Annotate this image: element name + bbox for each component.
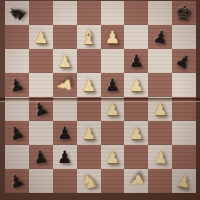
square-f7[interactable] <box>124 25 148 49</box>
square-c4[interactable] <box>53 97 77 121</box>
square-e2[interactable]: ♟ <box>101 145 125 169</box>
square-c6[interactable]: ♟ <box>53 49 77 73</box>
square-h7[interactable] <box>172 25 196 49</box>
piece-white-pawn-b7[interactable]: ♟ <box>33 29 48 46</box>
square-d3[interactable]: ♟ <box>77 121 101 145</box>
square-e7[interactable]: ♟ <box>101 25 125 49</box>
square-b8[interactable] <box>29 1 53 25</box>
square-g5[interactable] <box>148 73 172 97</box>
square-a7[interactable] <box>5 25 29 49</box>
square-b5[interactable] <box>29 73 53 97</box>
square-f8[interactable] <box>124 1 148 25</box>
square-g2[interactable]: ♟ <box>148 145 172 169</box>
square-h8[interactable]: ♚ <box>172 1 196 25</box>
square-b1[interactable] <box>29 169 53 193</box>
square-e5[interactable]: ♟ <box>101 73 125 97</box>
piece-black-pawn-f6[interactable]: ♟ <box>129 53 144 70</box>
chess-board[interactable]: ♞♚♟♝♟♟♟♟♟♟♟♟♟♟♟♟♟♟♟♟♟♟♟♟♟♟♞♟♟ <box>5 1 196 193</box>
square-g4[interactable]: ♟ <box>148 97 172 121</box>
square-c8[interactable] <box>53 1 77 25</box>
piece-black-pawn-a5[interactable]: ♟ <box>7 75 26 95</box>
piece-black-pawn-e5[interactable]: ♟ <box>105 77 120 94</box>
square-b7[interactable]: ♟ <box>29 25 53 49</box>
piece-white-pawn-d3[interactable]: ♟ <box>81 125 96 142</box>
square-d4[interactable] <box>77 97 101 121</box>
piece-white-pawn-g2[interactable]: ♟ <box>152 148 169 166</box>
square-e4[interactable]: ♟ <box>101 97 125 121</box>
square-f2[interactable] <box>124 145 148 169</box>
square-d6[interactable] <box>77 49 101 73</box>
square-d1[interactable]: ♞ <box>77 169 101 193</box>
square-b3[interactable] <box>29 121 53 145</box>
piece-white-pawn-e4[interactable]: ♟ <box>105 101 120 118</box>
square-g3[interactable] <box>148 121 172 145</box>
piece-white-bishop-d7[interactable]: ♝ <box>80 27 98 47</box>
square-a8[interactable]: ♞ <box>5 1 29 25</box>
square-h5[interactable] <box>172 73 196 97</box>
piece-black-pawn-g7[interactable]: ♟ <box>151 27 169 46</box>
piece-black-pawn-b4[interactable]: ♟ <box>31 98 51 119</box>
square-f6[interactable]: ♟ <box>124 49 148 73</box>
square-b6[interactable] <box>29 49 53 73</box>
square-d5[interactable]: ♟ <box>77 73 101 97</box>
piece-white-pawn-f5[interactable]: ♟ <box>129 77 144 94</box>
piece-white-pawn-f3[interactable]: ♟ <box>129 125 144 142</box>
square-f3[interactable]: ♟ <box>124 121 148 145</box>
square-h4[interactable] <box>172 97 196 121</box>
chessboard-photo: ♞♚♟♝♟♟♟♟♟♟♟♟♟♟♟♟♟♟♟♟♟♟♟♟♟♟♞♟♟ <box>0 0 200 200</box>
piece-black-knight-a8-fallen[interactable]: ♞ <box>4 0 31 26</box>
square-e3[interactable] <box>101 121 125 145</box>
square-c5[interactable]: ♟ <box>53 73 77 97</box>
square-c3[interactable]: ♟ <box>53 121 77 145</box>
piece-white-pawn-h1[interactable]: ♟ <box>175 171 193 191</box>
square-h2[interactable] <box>172 145 196 169</box>
piece-white-pawn-e7[interactable]: ♟ <box>105 29 120 46</box>
square-d2[interactable] <box>77 145 101 169</box>
square-e1[interactable] <box>101 169 125 193</box>
square-c1[interactable] <box>53 169 77 193</box>
square-g1[interactable] <box>148 169 172 193</box>
square-g6[interactable] <box>148 49 172 73</box>
square-b2[interactable]: ♟ <box>29 145 53 169</box>
square-h3[interactable] <box>172 121 196 145</box>
piece-white-pawn-c6[interactable]: ♟ <box>57 53 72 70</box>
piece-white-knight-d1[interactable]: ♞ <box>78 169 100 192</box>
square-a6[interactable] <box>5 49 29 73</box>
square-d8[interactable] <box>77 1 101 25</box>
square-h6[interactable]: ♟ <box>172 49 196 73</box>
piece-black-king-h8[interactable]: ♚ <box>174 2 195 24</box>
piece-black-pawn-c2[interactable]: ♟ <box>57 149 72 166</box>
square-f5[interactable]: ♟ <box>124 73 148 97</box>
piece-black-pawn-h6[interactable]: ♟ <box>173 50 195 72</box>
square-f4[interactable] <box>124 97 148 121</box>
piece-black-pawn-b2[interactable]: ♟ <box>32 148 49 167</box>
square-e8[interactable] <box>101 1 125 25</box>
square-a2[interactable] <box>5 145 29 169</box>
square-a1[interactable]: ♟ <box>5 169 29 193</box>
piece-white-pawn-f1-fallen[interactable]: ♟ <box>125 170 147 192</box>
square-g7[interactable]: ♟ <box>148 25 172 49</box>
square-f1[interactable]: ♟ <box>124 169 148 193</box>
square-e6[interactable] <box>101 49 125 73</box>
piece-white-pawn-g4[interactable]: ♟ <box>153 101 168 118</box>
square-h1[interactable]: ♟ <box>172 169 196 193</box>
square-a4[interactable] <box>5 97 29 121</box>
square-g8[interactable] <box>148 1 172 25</box>
square-c2[interactable]: ♟ <box>53 145 77 169</box>
piece-black-pawn-c3[interactable]: ♟ <box>57 125 72 142</box>
piece-white-pawn-d5[interactable]: ♟ <box>81 77 96 94</box>
square-b4[interactable]: ♟ <box>29 97 53 121</box>
piece-white-pawn-c5-fallen[interactable]: ♟ <box>55 76 74 94</box>
square-c7[interactable] <box>53 25 77 49</box>
square-a3[interactable]: ♟ <box>5 121 29 145</box>
square-a5[interactable]: ♟ <box>5 73 29 97</box>
piece-black-pawn-a1[interactable]: ♟ <box>7 170 27 191</box>
piece-black-pawn-a3[interactable]: ♟ <box>7 123 27 144</box>
square-d7[interactable]: ♝ <box>77 25 101 49</box>
piece-white-pawn-e2[interactable]: ♟ <box>105 149 120 166</box>
